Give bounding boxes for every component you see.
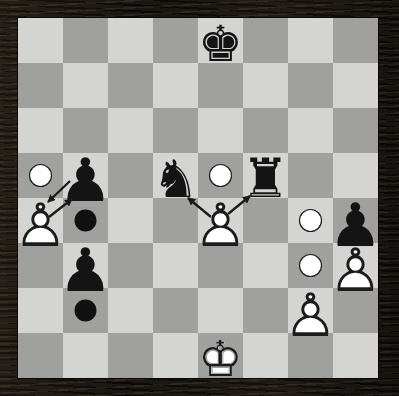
square-a1[interactable] (18, 333, 63, 378)
square-c6[interactable] (108, 108, 153, 153)
white-pawn-a4[interactable]: ♟♙ (18, 198, 63, 243)
black-rook-f5[interactable]: ♜ (243, 153, 288, 198)
square-e6[interactable] (198, 108, 243, 153)
square-d8[interactable] (153, 18, 198, 63)
white-king-e1[interactable]: ♚♔ (198, 333, 243, 378)
square-h7[interactable] (333, 63, 378, 108)
square-d3[interactable] (153, 243, 198, 288)
white-pawn-h3[interactable]: ♟♙ (333, 243, 378, 288)
square-c5[interactable] (108, 153, 153, 198)
square-g8[interactable] (288, 18, 333, 63)
white-pawn-outline: ♙ (18, 202, 63, 247)
square-a6[interactable] (18, 108, 63, 153)
white-pawn-e4[interactable]: ♟♙ (198, 198, 243, 243)
black-king-glyph: ♚ (198, 21, 243, 66)
white-pawn-outline: ♙ (198, 202, 243, 247)
black-rook-glyph: ♜ (243, 156, 288, 201)
white-pawn-outline: ♙ (288, 292, 333, 337)
square-c7[interactable] (108, 63, 153, 108)
square-f3[interactable] (243, 243, 288, 288)
square-g4[interactable] (288, 198, 333, 243)
square-h1[interactable] (333, 333, 378, 378)
square-f7[interactable] (243, 63, 288, 108)
square-f2[interactable] (243, 288, 288, 333)
square-c1[interactable] (108, 333, 153, 378)
black-knight-glyph: ♞ (153, 156, 198, 201)
black-pawn-glyph: ♟ (63, 157, 108, 202)
square-b7[interactable] (63, 63, 108, 108)
square-f8[interactable] (243, 18, 288, 63)
black-king-e8[interactable]: ♚ (198, 18, 243, 63)
square-a2[interactable] (18, 288, 63, 333)
square-b8[interactable] (63, 18, 108, 63)
square-c2[interactable] (108, 288, 153, 333)
black-pawn-glyph: ♟ (63, 247, 108, 292)
black-knight-d5[interactable]: ♞ (153, 153, 198, 198)
square-g5[interactable] (288, 153, 333, 198)
square-e2[interactable] (198, 288, 243, 333)
square-h8[interactable] (333, 18, 378, 63)
square-c4[interactable] (108, 198, 153, 243)
square-f1[interactable] (243, 333, 288, 378)
chessboard: ♚♟♞♜♟♙♟♙♟♟♟♙♟♙♚♔ (18, 18, 378, 378)
square-d7[interactable] (153, 63, 198, 108)
chess-diagram: ♚♟♞♜♟♙♟♙♟♟♟♙♟♙♚♔ (0, 0, 399, 396)
square-a7[interactable] (18, 63, 63, 108)
square-d2[interactable] (153, 288, 198, 333)
square-a8[interactable] (18, 18, 63, 63)
square-c8[interactable] (108, 18, 153, 63)
square-g7[interactable] (288, 63, 333, 108)
white-pawn-outline: ♙ (333, 247, 378, 292)
square-g6[interactable] (288, 108, 333, 153)
square-h6[interactable] (333, 108, 378, 153)
square-b1[interactable] (63, 333, 108, 378)
square-d6[interactable] (153, 108, 198, 153)
black-pawn-b5[interactable]: ♟ (63, 153, 108, 198)
white-pawn-g2[interactable]: ♟♙ (288, 288, 333, 333)
square-d1[interactable] (153, 333, 198, 378)
black-pawn-b3[interactable]: ♟ (63, 243, 108, 288)
white-king-outline: ♔ (198, 336, 243, 381)
square-c3[interactable] (108, 243, 153, 288)
